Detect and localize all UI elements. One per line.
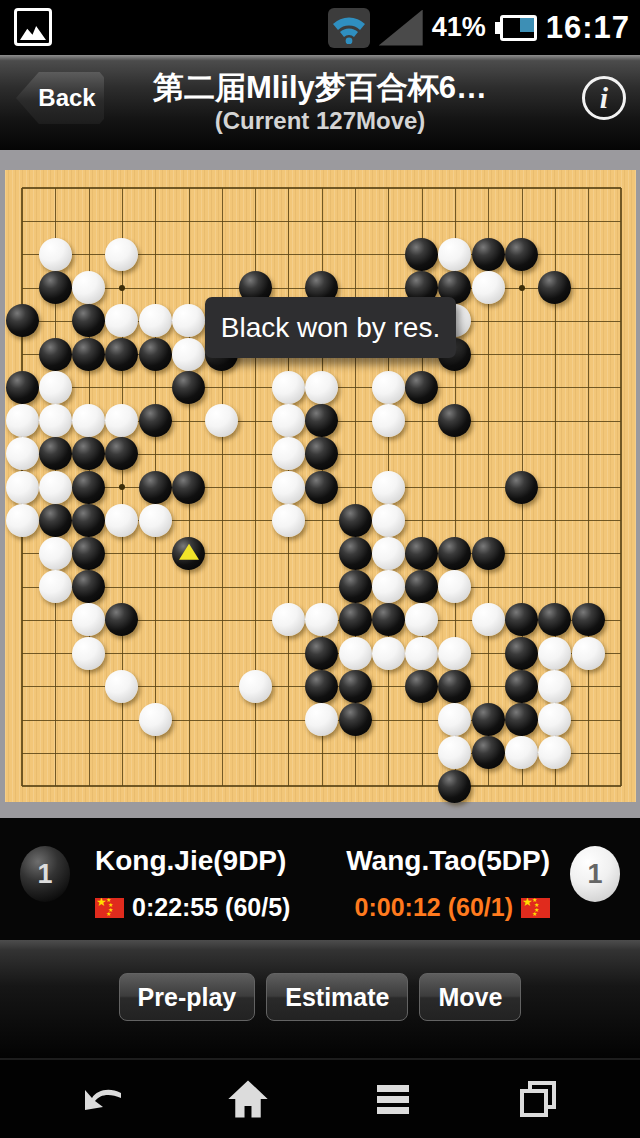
black-stone: [6, 304, 39, 337]
black-stone: [105, 437, 138, 470]
black-stone: [405, 537, 438, 570]
white-stone: [6, 471, 39, 504]
game-result-text: Black won by res.: [221, 312, 440, 344]
black-stone: [538, 271, 571, 304]
black-stone: [172, 371, 205, 404]
black-stone: [405, 371, 438, 404]
black-stone: [39, 271, 72, 304]
black-stone: [39, 338, 72, 371]
black-stone: [72, 504, 105, 537]
nav-recent-apps-icon[interactable]: [508, 1073, 568, 1125]
white-stone: [505, 736, 538, 769]
move-counter: (Current 127Move): [0, 107, 640, 135]
white-stone: [272, 471, 305, 504]
black-stone: [538, 603, 571, 636]
white-stone: [472, 603, 505, 636]
black-stone: [339, 703, 372, 736]
white-stone: [205, 404, 238, 437]
pre-play-button[interactable]: Pre-play: [119, 973, 256, 1021]
black-stone: [505, 637, 538, 670]
black-stone: [72, 437, 105, 470]
app-screen: 41% 16:17 Back 第二届Mlily梦百合杯6… (Current 1…: [0, 0, 640, 1138]
black-stone: [305, 471, 338, 504]
black-stone: [438, 404, 471, 437]
black-capture-badge: 1: [20, 846, 70, 902]
white-stone: [372, 404, 405, 437]
white-stone: [472, 271, 505, 304]
white-stone: [6, 504, 39, 537]
title-bar: Back 第二届Mlily梦百合杯6… (Current 127Move) i: [0, 55, 640, 150]
black-stone: [405, 238, 438, 271]
star-point: [119, 285, 125, 291]
grid-line: [22, 553, 621, 554]
game-result-tooltip: Black won by res.: [205, 297, 456, 358]
white-stone: [438, 736, 471, 769]
white-stone: [272, 504, 305, 537]
wifi-icon: [328, 8, 370, 48]
grid-line: [620, 188, 622, 786]
white-stone: [438, 570, 471, 603]
black-stone: [72, 537, 105, 570]
black-stone: [339, 537, 372, 570]
star-point: [119, 484, 125, 490]
black-stone: [339, 570, 372, 603]
white-stone: [72, 637, 105, 670]
black-stone: [339, 504, 372, 537]
grid-line: [22, 785, 621, 787]
last-move-triangle-marker: [179, 544, 199, 560]
white-stone: [105, 304, 138, 337]
black-stone: [105, 603, 138, 636]
white-stone: [105, 504, 138, 537]
white-capture-badge: 1: [570, 846, 620, 902]
white-stone: [372, 637, 405, 670]
black-stone: [72, 570, 105, 603]
white-stone: [139, 703, 172, 736]
gallery-notification-icon: [14, 8, 52, 46]
black-stone: [39, 437, 72, 470]
black-stone: [405, 570, 438, 603]
black-stone: [472, 703, 505, 736]
white-stone: [372, 570, 405, 603]
white-stone: [39, 371, 72, 404]
black-stone: [505, 238, 538, 271]
white-stone: [105, 670, 138, 703]
white-stone: [72, 404, 105, 437]
black-stone: [72, 471, 105, 504]
black-stone: [505, 703, 538, 736]
black-stone: [72, 304, 105, 337]
estimate-button[interactable]: Estimate: [266, 973, 408, 1021]
white-stone: [172, 338, 205, 371]
status-bar: 41% 16:17: [0, 0, 640, 55]
black-stone: [339, 603, 372, 636]
status-clock: 16:17: [546, 10, 630, 46]
china-flag-icon: ★★★★★: [95, 898, 124, 918]
white-stone: [39, 537, 72, 570]
page-title: 第二届Mlily梦百合杯6…: [0, 67, 640, 109]
white-stone: [372, 504, 405, 537]
black-stone: [39, 504, 72, 537]
white-stone: [139, 304, 172, 337]
go-board[interactable]: [5, 170, 636, 802]
white-stone: [305, 603, 338, 636]
white-stone: [272, 603, 305, 636]
white-stone: [538, 637, 571, 670]
black-stone: [572, 603, 605, 636]
white-stone: [172, 304, 205, 337]
battery-icon: [495, 15, 537, 41]
black-stone: [339, 670, 372, 703]
white-stone: [572, 637, 605, 670]
white-stone: [339, 637, 372, 670]
player-bar: 1 Kong.Jie(9DP) ★★★★★ 0:22:55 (60/5) Wan…: [0, 818, 640, 940]
white-stone: [438, 238, 471, 271]
black-stone: [405, 670, 438, 703]
black-stone: [505, 670, 538, 703]
black-stone: [372, 603, 405, 636]
white-stone: [305, 371, 338, 404]
board-frame: [0, 150, 640, 818]
white-stone: [305, 703, 338, 736]
white-stone: [372, 537, 405, 570]
white-stone: [39, 238, 72, 271]
black-stone: [505, 603, 538, 636]
black-stone: [139, 338, 172, 371]
white-stone: [272, 437, 305, 470]
white-stone: [6, 404, 39, 437]
nav-back-icon[interactable]: [73, 1073, 133, 1125]
white-stone: [72, 271, 105, 304]
black-stone: [472, 537, 505, 570]
black-stone: [305, 437, 338, 470]
white-stone: [372, 371, 405, 404]
white-stone: [272, 371, 305, 404]
black-player-name: Kong.Jie(9DP): [95, 845, 290, 877]
white-stone: [105, 404, 138, 437]
white-stone: [72, 603, 105, 636]
white-stone: [139, 504, 172, 537]
black-stone: [472, 238, 505, 271]
grid-line: [22, 587, 621, 588]
nav-home-icon[interactable]: [218, 1073, 278, 1125]
android-nav-bar: [0, 1058, 640, 1138]
black-stone: [472, 736, 505, 769]
white-stone: [405, 603, 438, 636]
black-stone: [505, 471, 538, 504]
white-stone: [405, 637, 438, 670]
black-stone: [305, 670, 338, 703]
white-stone: [39, 471, 72, 504]
white-stone: [538, 703, 571, 736]
black-stone: [72, 338, 105, 371]
white-stone: [39, 404, 72, 437]
white-stone: [239, 670, 272, 703]
white-stone: [538, 736, 571, 769]
white-stone: [105, 238, 138, 271]
white-stone: [438, 637, 471, 670]
action-panel: Pre-play Estimate Move: [0, 940, 640, 1058]
black-stone: [438, 670, 471, 703]
nav-menu-icon[interactable]: [363, 1073, 423, 1125]
white-player-clock: 0:00:12 (60/1): [355, 893, 513, 922]
black-stone: [105, 338, 138, 371]
grid-line: [588, 188, 589, 786]
white-stone: [6, 437, 39, 470]
black-stone: [305, 404, 338, 437]
black-stone: [6, 371, 39, 404]
black-stone: [172, 471, 205, 504]
cell-signal-icon: [379, 10, 423, 46]
battery-percent: 41%: [432, 12, 486, 43]
white-stone: [272, 404, 305, 437]
white-player-name: Wang.Tao(5DP): [346, 845, 550, 877]
china-flag-icon: ★★★★★: [521, 898, 550, 918]
white-stone: [39, 570, 72, 603]
info-icon[interactable]: i: [582, 76, 626, 120]
star-point: [519, 285, 525, 291]
black-stone: [305, 637, 338, 670]
black-stone: [139, 471, 172, 504]
black-stone: [438, 537, 471, 570]
black-player-clock: 0:22:55 (60/5): [132, 893, 290, 922]
move-button[interactable]: Move: [419, 973, 521, 1021]
black-stone: [438, 770, 471, 803]
black-stone: [139, 404, 172, 437]
white-stone: [538, 670, 571, 703]
black-stone: [172, 537, 205, 570]
white-stone: [372, 471, 405, 504]
white-stone: [438, 703, 471, 736]
